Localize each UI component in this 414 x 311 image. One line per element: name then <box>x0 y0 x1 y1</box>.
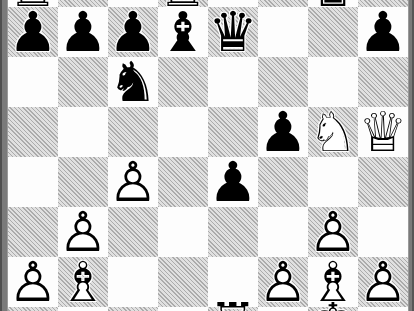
square-b7: ♟ <box>58 7 108 57</box>
piece-white-pawn: ♟♙ <box>258 257 308 307</box>
square-d1 <box>158 307 208 311</box>
square-e6 <box>208 57 258 107</box>
square-d3 <box>158 207 208 257</box>
piece-fill: ♟ <box>358 257 408 307</box>
square-h4 <box>358 157 408 207</box>
square-e2 <box>208 257 258 307</box>
square-d4 <box>158 157 208 207</box>
square-e8 <box>208 0 258 7</box>
square-b3: ♟♙ <box>58 207 108 257</box>
square-b5 <box>58 107 108 157</box>
square-g7 <box>308 7 358 57</box>
square-g6 <box>308 57 358 107</box>
square-f5: ♟ <box>258 107 308 157</box>
piece-white-pawn: ♟♙ <box>358 257 408 307</box>
piece-black-pawn: ♟ <box>208 157 258 207</box>
piece-outline: ♙ <box>58 207 108 257</box>
piece-black-bishop: ♝ <box>158 7 208 57</box>
piece-fill: ♟ <box>258 257 308 307</box>
square-g8: ♚ <box>308 0 358 7</box>
piece-black-pawn: ♟ <box>358 7 408 57</box>
square-g2: ♝♗ <box>308 257 358 307</box>
piece-white-queen: ♛♕ <box>358 107 408 157</box>
square-b1 <box>58 307 108 311</box>
piece-outline: ♗ <box>58 257 108 307</box>
square-c5 <box>108 107 158 157</box>
square-f3 <box>258 207 308 257</box>
piece-outline: ♙ <box>358 257 408 307</box>
square-h1 <box>358 307 408 311</box>
square-f6 <box>258 57 308 107</box>
square-b2: ♝♗ <box>58 257 108 307</box>
board-frame-left <box>0 0 8 311</box>
square-g5: ♞♘ <box>308 107 358 157</box>
square-c7: ♟ <box>108 7 158 57</box>
square-c1 <box>108 307 158 311</box>
square-f2: ♟♙ <box>258 257 308 307</box>
square-h7: ♟ <box>358 7 408 57</box>
square-h3 <box>358 207 408 257</box>
square-g3: ♟♙ <box>308 207 358 257</box>
square-d7: ♝ <box>158 7 208 57</box>
square-a2: ♟♙ <box>8 257 58 307</box>
piece-fill: ♟ <box>58 207 108 257</box>
square-g4 <box>308 157 358 207</box>
square-d8: ♜ <box>158 0 208 7</box>
square-f7 <box>258 7 308 57</box>
square-a1 <box>8 307 58 311</box>
square-e5 <box>208 107 258 157</box>
square-g1: ♚♔ <box>308 307 358 311</box>
piece-outline: ♙ <box>8 257 58 307</box>
piece-black-pawn: ♟ <box>58 7 108 57</box>
piece-white-pawn: ♟♙ <box>308 207 358 257</box>
square-d2 <box>158 257 208 307</box>
piece-fill: ♞ <box>308 107 358 157</box>
piece-fill: ♟ <box>8 257 58 307</box>
piece-white-bishop: ♝♗ <box>58 257 108 307</box>
square-a4 <box>8 157 58 207</box>
piece-fill: ♟ <box>308 207 358 257</box>
square-e4: ♟ <box>208 157 258 207</box>
square-e3 <box>208 207 258 257</box>
square-h2: ♟♙ <box>358 257 408 307</box>
square-h8 <box>358 0 408 7</box>
piece-fill: ♝ <box>58 257 108 307</box>
piece-black-pawn: ♟ <box>8 7 58 57</box>
square-f1 <box>258 307 308 311</box>
piece-black-knight: ♞ <box>108 57 158 107</box>
square-d5 <box>158 107 208 157</box>
piece-outline: ♙ <box>258 257 308 307</box>
piece-white-pawn: ♟♙ <box>58 207 108 257</box>
square-h5: ♛♕ <box>358 107 408 157</box>
square-c6: ♞ <box>108 57 158 107</box>
square-a6 <box>8 57 58 107</box>
chess-board: ♜♜♚♟♟♟♝♛♟♞♟♞♘♛♕♟♙♟♟♙♟♙♟♙♝♗♟♙♝♗♟♙♜♖♚♔ <box>8 0 408 311</box>
piece-fill: ♟ <box>108 157 158 207</box>
piece-outline: ♙ <box>308 207 358 257</box>
square-h6 <box>358 57 408 107</box>
piece-fill: ♛ <box>358 107 408 157</box>
square-a7: ♟ <box>8 7 58 57</box>
piece-white-pawn: ♟♙ <box>108 157 158 207</box>
square-b8 <box>58 0 108 7</box>
square-c4: ♟♙ <box>108 157 158 207</box>
piece-white-bishop: ♝♗ <box>308 257 358 307</box>
square-a8: ♜ <box>8 0 58 7</box>
square-f4 <box>258 157 308 207</box>
piece-black-queen: ♛ <box>208 7 258 57</box>
piece-black-pawn: ♟ <box>258 107 308 157</box>
square-e7: ♛ <box>208 7 258 57</box>
piece-white-knight: ♞♘ <box>308 107 358 157</box>
piece-outline: ♙ <box>108 157 158 207</box>
piece-fill: ♝ <box>308 257 358 307</box>
square-a5 <box>8 107 58 157</box>
chess-diagram: ♜♜♚♟♟♟♝♛♟♞♟♞♘♛♕♟♙♟♟♙♟♙♟♙♝♗♟♙♝♗♟♙♜♖♚♔ <box>0 0 414 311</box>
square-c3 <box>108 207 158 257</box>
square-a3 <box>8 207 58 257</box>
square-f8 <box>258 0 308 7</box>
piece-outline: ♘ <box>308 107 358 157</box>
square-b6 <box>58 57 108 107</box>
board-frame-right <box>408 0 414 311</box>
square-c8 <box>108 0 158 7</box>
piece-black-pawn: ♟ <box>108 7 158 57</box>
piece-outline: ♗ <box>308 257 358 307</box>
piece-outline: ♕ <box>358 107 408 157</box>
square-b4 <box>58 157 108 207</box>
square-c2 <box>108 257 158 307</box>
piece-white-pawn: ♟♙ <box>8 257 58 307</box>
square-d6 <box>158 57 208 107</box>
square-e1: ♜♖ <box>208 307 258 311</box>
